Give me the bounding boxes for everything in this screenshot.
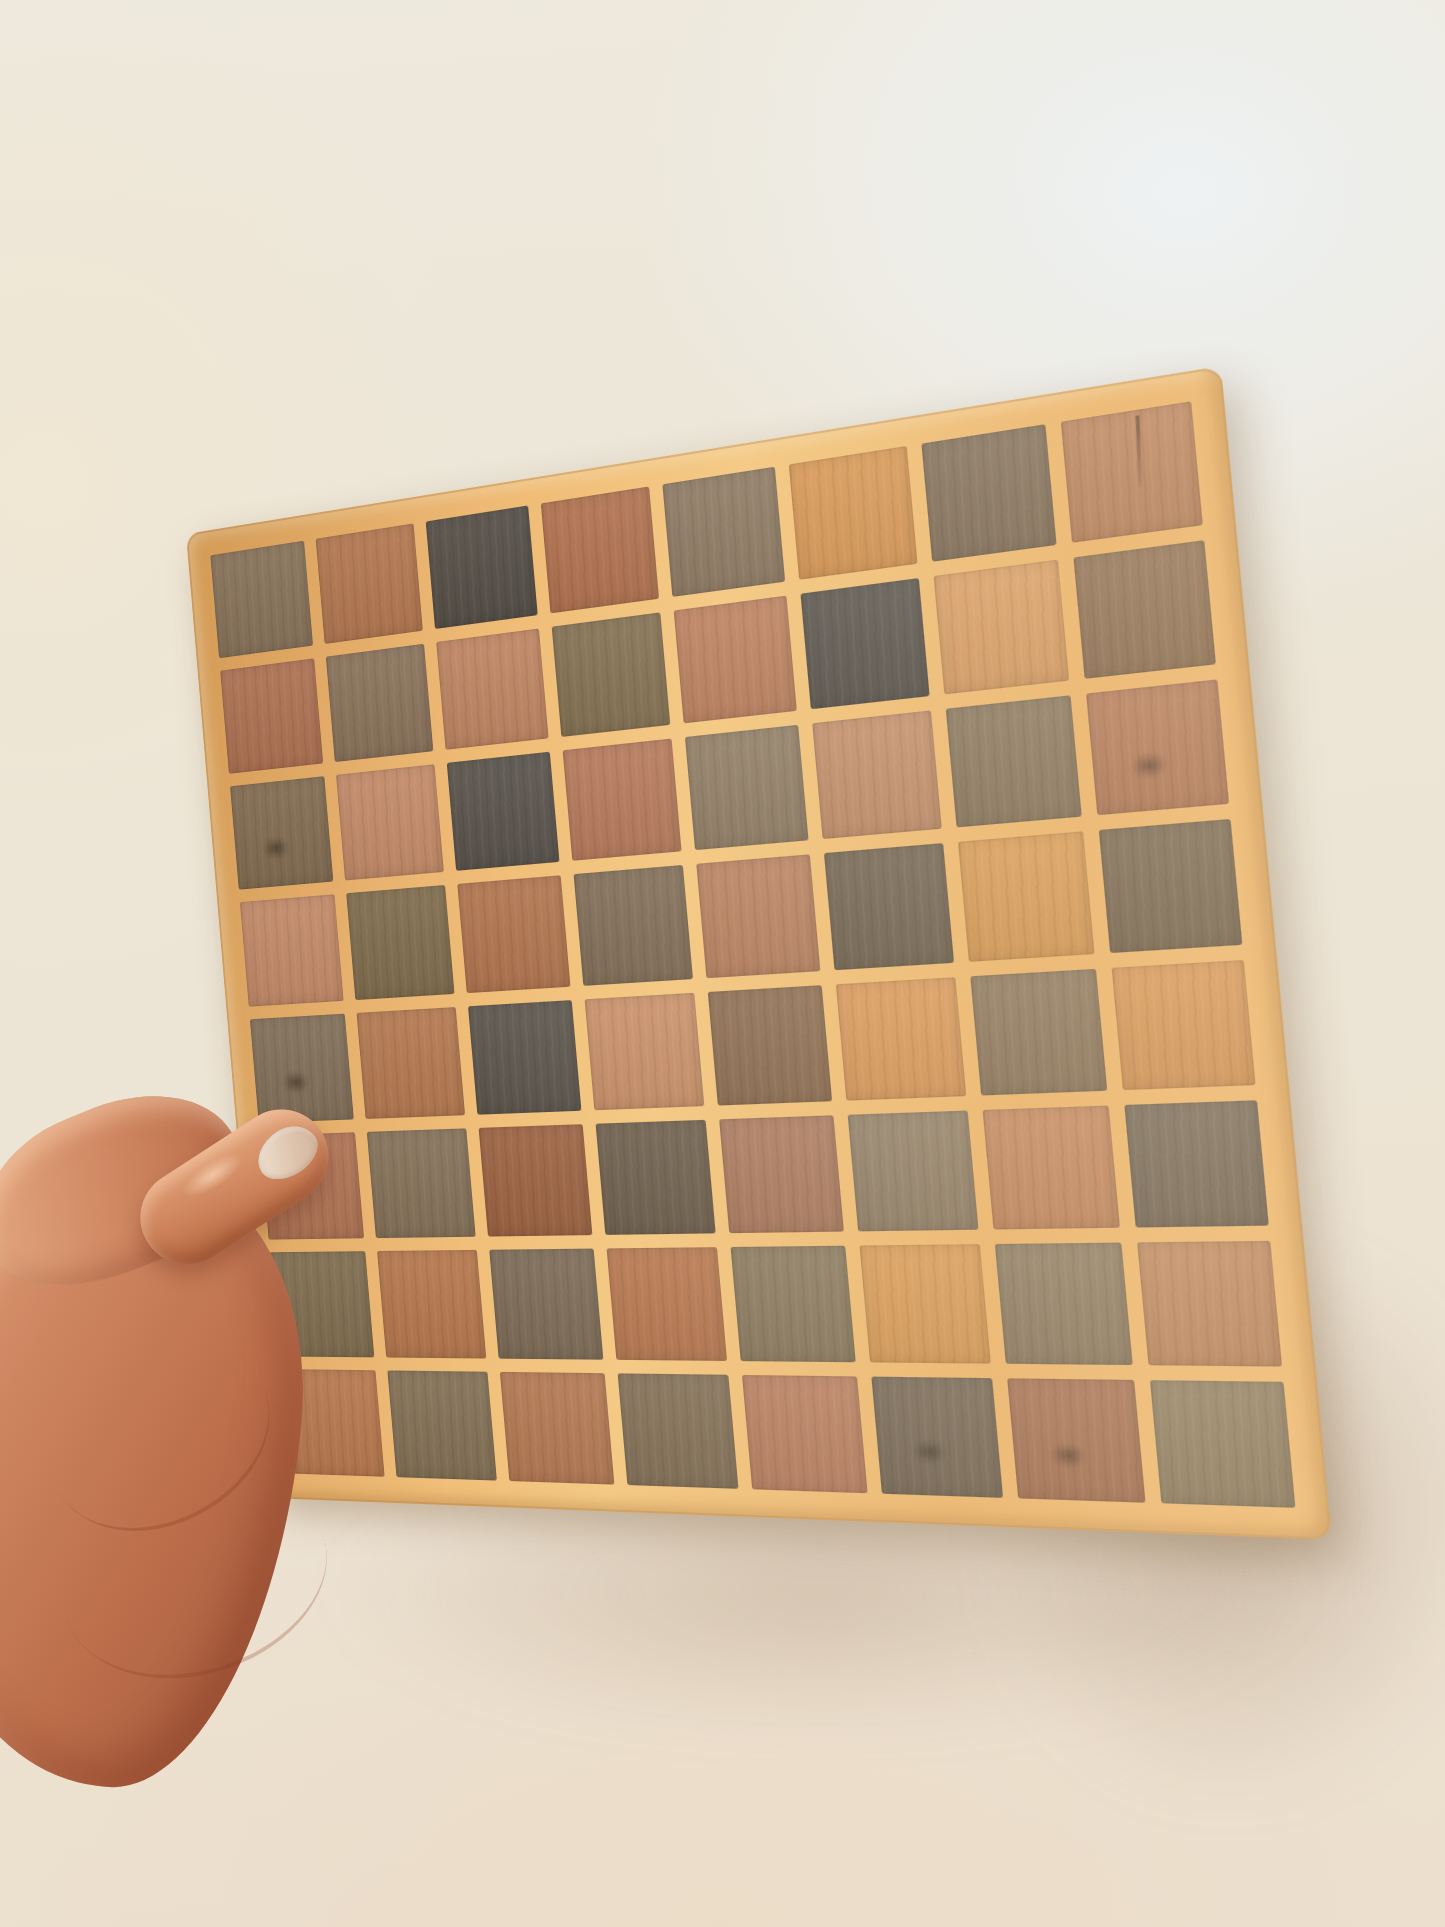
square-f4 [835,977,966,1101]
square-g4 [970,968,1107,1095]
square-f5 [824,844,954,970]
square-g8 [921,424,1056,562]
square-d4 [585,992,704,1110]
square-d6 [563,739,681,861]
square-g1 [1007,1378,1146,1503]
square-h1 [1150,1380,1296,1508]
square-e5 [696,855,820,978]
square-d1 [618,1373,738,1489]
square-c8 [426,505,538,629]
square-b4 [357,1007,466,1119]
wood-crack [1136,416,1142,488]
game-board [186,366,1332,1540]
square-c5 [458,876,571,993]
square-h4 [1111,959,1255,1089]
square-f2 [859,1244,990,1364]
square-c4 [468,1000,582,1115]
square-b3 [367,1128,476,1238]
square-b1 [387,1370,497,1480]
square-e1 [741,1375,867,1493]
square-e7 [673,596,796,724]
square-c2 [489,1248,603,1359]
square-b5 [346,885,454,999]
square-g5 [958,832,1095,962]
wood-knot [261,835,291,861]
wood-knot [1128,750,1170,781]
wood-knot [910,1438,949,1465]
square-f1 [871,1376,1003,1497]
square-g2 [995,1242,1133,1365]
square-d3 [596,1119,715,1234]
square-c3 [479,1124,593,1236]
square-a7 [220,658,323,774]
square-b2 [377,1250,486,1359]
square-c6 [447,752,560,871]
square-c7 [436,629,549,750]
square-f3 [847,1110,978,1231]
square-c1 [500,1372,615,1485]
square-f8 [788,446,917,580]
square-a5 [240,895,344,1007]
square-h3 [1124,1100,1269,1227]
square-b7 [326,644,434,763]
square-d5 [574,865,692,985]
square-e6 [684,725,808,850]
photo-scene [0,0,1445,1927]
square-d2 [607,1247,727,1361]
square-e3 [719,1115,844,1233]
square-f6 [812,711,942,840]
wood-knot [1048,1441,1089,1469]
square-h2 [1137,1241,1282,1367]
square-h8 [1061,401,1203,543]
square-a6 [230,776,333,890]
square-h6 [1086,680,1229,816]
square-f7 [800,578,929,709]
thumb-nail [248,1116,327,1189]
square-g6 [945,696,1081,828]
square-d8 [541,487,658,614]
square-a4 [250,1013,354,1123]
square-g7 [933,560,1069,695]
square-d7 [552,613,670,738]
square-h5 [1099,819,1243,952]
square-b6 [336,764,444,880]
square-e8 [662,467,785,597]
square-h7 [1073,540,1216,679]
square-b8 [316,523,423,644]
square-e4 [707,985,832,1105]
square-a8 [210,541,313,659]
square-e2 [730,1245,855,1362]
wood-knot [281,1070,311,1094]
board-grid [186,366,1332,1540]
square-g3 [982,1105,1120,1229]
